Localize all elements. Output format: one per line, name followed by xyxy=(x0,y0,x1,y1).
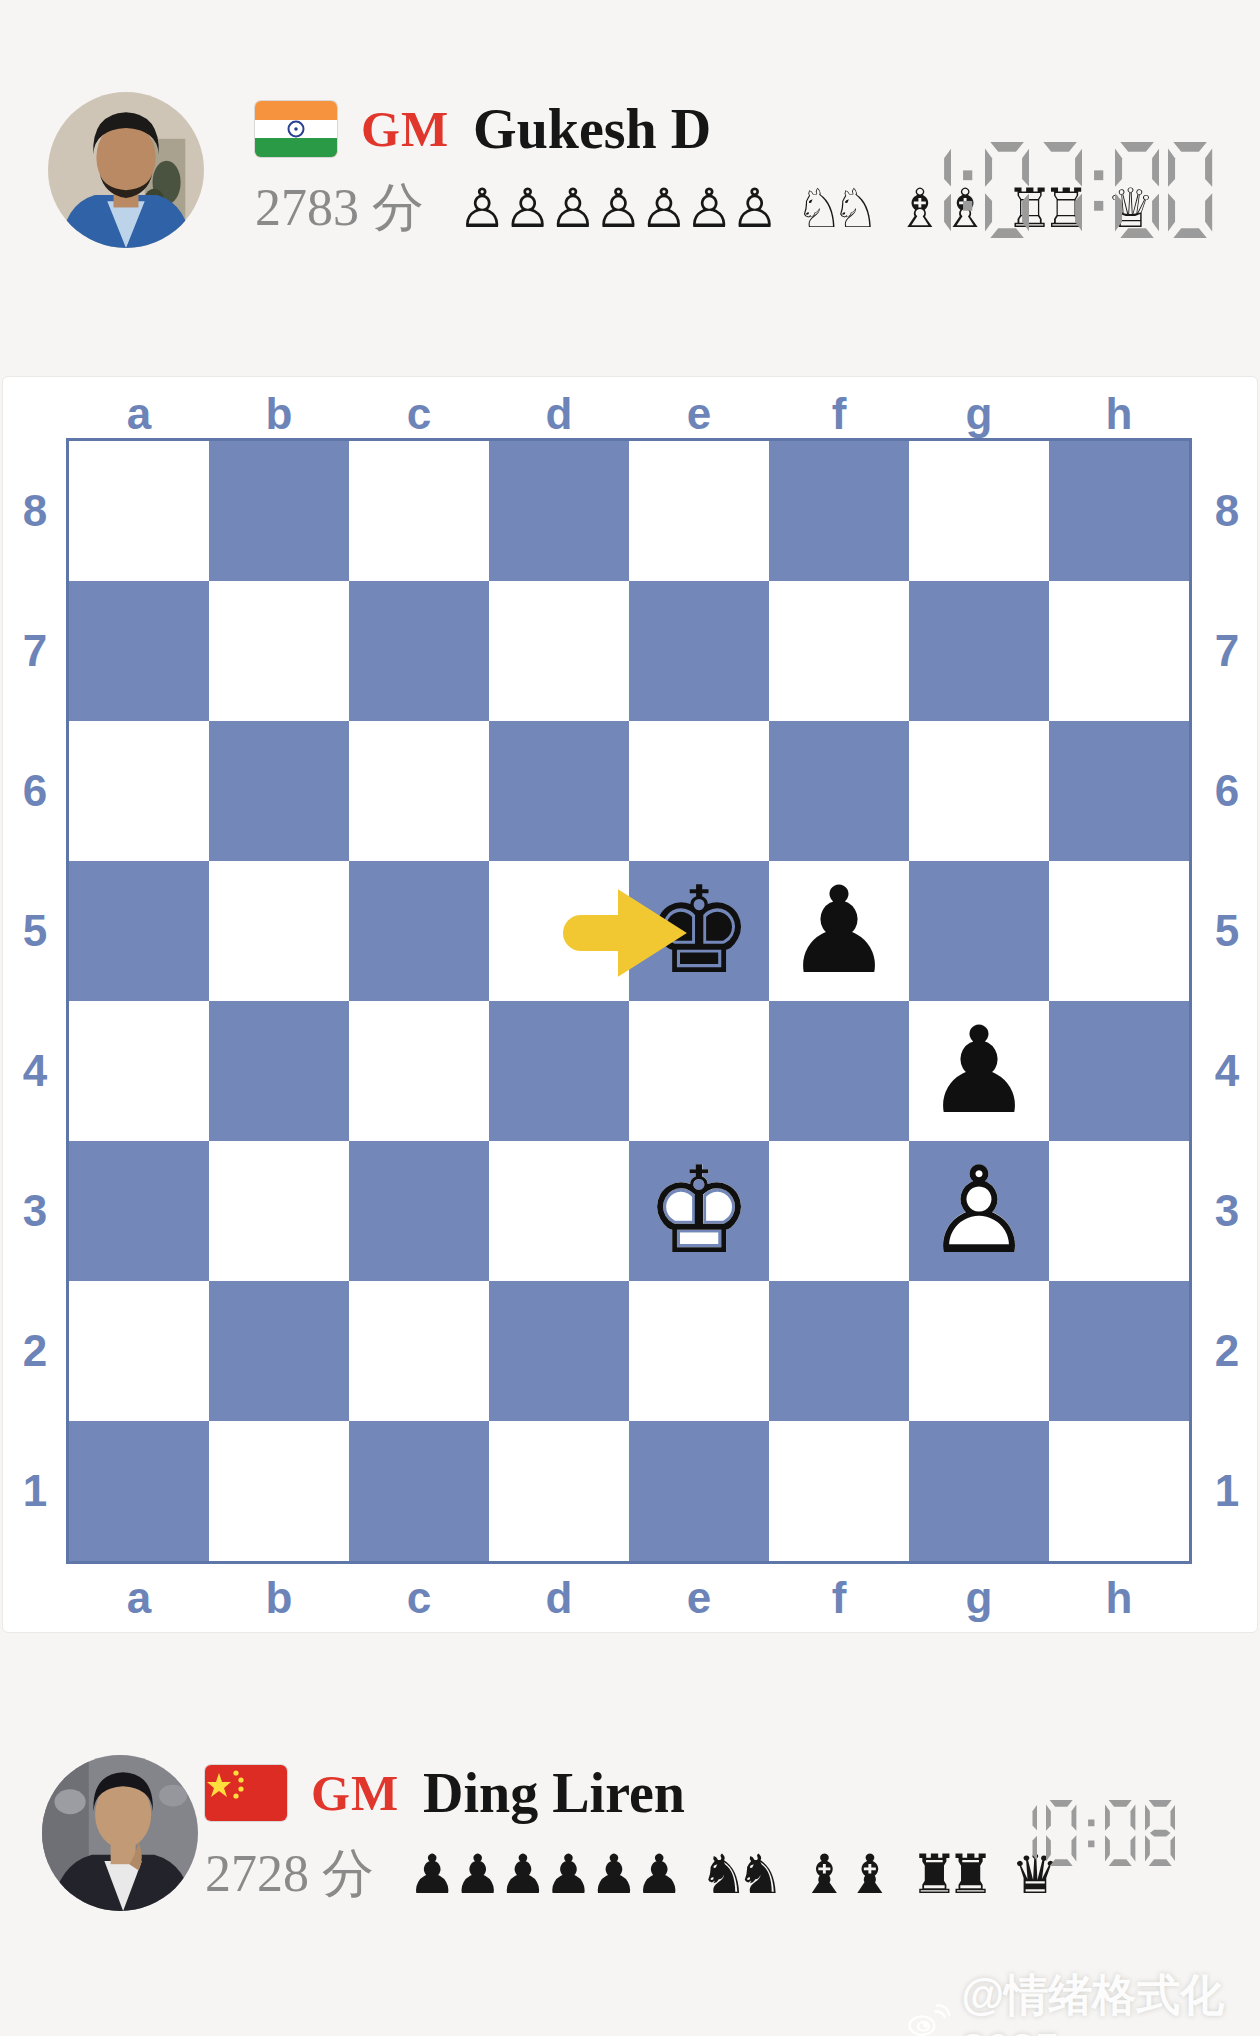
captured-group-♟: ♟♟♟♟♟♟ xyxy=(408,1843,683,1906)
square-d7[interactable] xyxy=(489,581,629,721)
square-c6[interactable] xyxy=(349,721,489,861)
rank-right-7: 7 xyxy=(1197,581,1257,721)
bottom-player-rating: 2728 分 xyxy=(205,1839,374,1909)
square-b8[interactable] xyxy=(209,441,349,581)
square-e1[interactable] xyxy=(629,1421,769,1561)
captured-group-♞: ♞♞ xyxy=(699,1843,784,1906)
weibo-icon xyxy=(905,1999,951,2036)
captured-group-♘: ♘♘ xyxy=(795,177,880,240)
file-bottom-g: g xyxy=(909,1573,1049,1623)
square-e8[interactable] xyxy=(629,441,769,581)
top-player-clock xyxy=(907,142,1213,238)
file-bottom-d: d xyxy=(489,1573,629,1623)
square-f6[interactable] xyxy=(769,721,909,861)
watermark: @情绪格式化8085 xyxy=(905,1966,1260,2036)
top-player-name: Gukesh D xyxy=(473,97,711,161)
rank-right-8: 8 xyxy=(1197,441,1257,581)
square-c7[interactable] xyxy=(349,581,489,721)
square-h3[interactable] xyxy=(1049,1141,1189,1281)
square-b5[interactable] xyxy=(209,861,349,1001)
rank-left-1: 1 xyxy=(5,1421,65,1561)
file-bottom-h: h xyxy=(1049,1573,1189,1623)
rank-left-5: 5 xyxy=(5,861,65,1001)
square-g8[interactable] xyxy=(909,441,1049,581)
captured-group-♝: ♝♝ xyxy=(800,1843,894,1906)
square-e3[interactable]: ♚♔ xyxy=(629,1141,769,1281)
square-h5[interactable] xyxy=(1049,861,1189,1001)
rank-right-6: 6 xyxy=(1197,721,1257,861)
square-g2[interactable] xyxy=(909,1281,1049,1421)
file-top-g: g xyxy=(909,389,1049,439)
rank-left-7: 7 xyxy=(5,581,65,721)
rank-left-3: 3 xyxy=(5,1141,65,1281)
square-a4[interactable] xyxy=(69,1001,209,1141)
square-a3[interactable] xyxy=(69,1141,209,1281)
file-bottom-f: f xyxy=(769,1573,909,1623)
square-h7[interactable] xyxy=(1049,581,1189,721)
square-c3[interactable] xyxy=(349,1141,489,1281)
square-c1[interactable] xyxy=(349,1421,489,1561)
square-f5[interactable]: ♟ xyxy=(769,861,909,1001)
square-f8[interactable] xyxy=(769,441,909,581)
rank-left-8: 8 xyxy=(5,441,65,581)
square-a5[interactable] xyxy=(69,861,209,1001)
square-a1[interactable] xyxy=(69,1421,209,1561)
top-player-rating: 2783 分 xyxy=(255,173,424,243)
square-c5[interactable] xyxy=(349,861,489,1001)
square-d4[interactable] xyxy=(489,1001,629,1141)
file-top-a: a xyxy=(69,389,209,439)
piece-black-king-e5[interactable]: ♚ xyxy=(629,861,769,1001)
square-e7[interactable] xyxy=(629,581,769,721)
square-b1[interactable] xyxy=(209,1421,349,1561)
india-flag-icon xyxy=(255,101,337,157)
square-f7[interactable] xyxy=(769,581,909,721)
square-c2[interactable] xyxy=(349,1281,489,1421)
square-g1[interactable] xyxy=(909,1421,1049,1561)
piece-black-pawn-f5[interactable]: ♟ xyxy=(769,861,909,1001)
square-e2[interactable] xyxy=(629,1281,769,1421)
square-f1[interactable] xyxy=(769,1421,909,1561)
bottom-player-name: Ding Liren xyxy=(423,1761,685,1825)
square-e5[interactable]: ♚ xyxy=(629,861,769,1001)
square-d8[interactable] xyxy=(489,441,629,581)
square-f3[interactable] xyxy=(769,1141,909,1281)
file-bottom-a: a xyxy=(69,1573,209,1623)
piece-white-pawn-g3[interactable]: ♟♙ xyxy=(909,1141,1049,1281)
file-top-d: d xyxy=(489,389,629,439)
square-b7[interactable] xyxy=(209,581,349,721)
captured-group-♙: ♙♙♙♙♙♙♙ xyxy=(458,177,779,240)
square-h6[interactable] xyxy=(1049,721,1189,861)
square-d5[interactable] xyxy=(489,861,629,1001)
file-top-e: e xyxy=(629,389,769,439)
chessboard: ♚♟♟♚♔♟♙ xyxy=(66,438,1192,1564)
square-g5[interactable] xyxy=(909,861,1049,1001)
bottom-player-detail-row: 2728 分 ♟♟♟♟♟♟♞♞♝♝♜♜♛ xyxy=(205,1842,1059,1906)
file-top-b: b xyxy=(209,389,349,439)
square-a8[interactable] xyxy=(69,441,209,581)
square-d1[interactable] xyxy=(489,1421,629,1561)
square-a7[interactable] xyxy=(69,581,209,721)
square-e6[interactable] xyxy=(629,721,769,861)
file-bottom-c: c xyxy=(349,1573,489,1623)
square-h8[interactable] xyxy=(1049,441,1189,581)
square-f4[interactable] xyxy=(769,1001,909,1141)
square-a2[interactable] xyxy=(69,1281,209,1421)
piece-black-pawn-g4[interactable]: ♟ xyxy=(909,1001,1049,1141)
square-d2[interactable] xyxy=(489,1281,629,1421)
captured-group-♜: ♜♜ xyxy=(910,1843,995,1906)
square-h1[interactable] xyxy=(1049,1421,1189,1561)
avatar-top-player xyxy=(48,92,204,248)
square-c4[interactable] xyxy=(349,1001,489,1141)
top-player-identity-row: GM Gukesh D xyxy=(255,98,711,160)
rank-right-4: 4 xyxy=(1197,1001,1257,1141)
square-b4[interactable] xyxy=(209,1001,349,1141)
square-d3[interactable] xyxy=(489,1141,629,1281)
square-f2[interactable] xyxy=(769,1281,909,1421)
chess-broadcast-diagram: GM Gukesh D 2783 分 ♙♙♙♙♙♙♙♘♘♗♗♖♖♕ aabbcc… xyxy=(0,0,1260,2036)
rank-right-5: 5 xyxy=(1197,861,1257,1001)
square-c8[interactable] xyxy=(349,441,489,581)
file-top-c: c xyxy=(349,389,489,439)
rank-right-1: 1 xyxy=(1197,1421,1257,1561)
square-h4[interactable] xyxy=(1049,1001,1189,1141)
chessboard-panel: aabbccddeeffgghh8877665544332211 ♚♟♟♚♔♟♙ xyxy=(2,376,1258,1633)
bottom-player-identity-row: GM Ding Liren xyxy=(205,1762,685,1824)
rank-left-6: 6 xyxy=(5,721,65,861)
rank-left-4: 4 xyxy=(5,1001,65,1141)
square-g6[interactable] xyxy=(909,721,1049,861)
square-b2[interactable] xyxy=(209,1281,349,1421)
file-top-f: f xyxy=(769,389,909,439)
square-g4[interactable]: ♟ xyxy=(909,1001,1049,1141)
bottom-player-title: GM xyxy=(311,1764,399,1822)
rank-right-2: 2 xyxy=(1197,1281,1257,1421)
avatar-gukesh-illustration xyxy=(48,92,204,248)
avatar-ding-illustration xyxy=(42,1755,198,1911)
bottom-player-clock xyxy=(1007,1800,1175,1866)
square-d6[interactable] xyxy=(489,721,629,861)
piece-white-king-e3[interactable]: ♚♔ xyxy=(629,1141,769,1281)
square-a6[interactable] xyxy=(69,721,209,861)
file-bottom-e: e xyxy=(629,1573,769,1623)
file-top-h: h xyxy=(1049,389,1189,439)
square-g3[interactable]: ♟♙ xyxy=(909,1141,1049,1281)
square-e4[interactable] xyxy=(629,1001,769,1141)
watermark-text: @情绪格式化8085 xyxy=(961,1966,1260,2036)
file-bottom-b: b xyxy=(209,1573,349,1623)
square-b6[interactable] xyxy=(209,721,349,861)
avatar-bottom-player xyxy=(42,1755,198,1911)
square-h2[interactable] xyxy=(1049,1281,1189,1421)
china-flag-icon xyxy=(205,1765,287,1821)
square-b3[interactable] xyxy=(209,1141,349,1281)
square-g7[interactable] xyxy=(909,581,1049,721)
rank-left-2: 2 xyxy=(5,1281,65,1421)
top-player-title: GM xyxy=(361,100,449,158)
captured-black-pieces-row: ♟♟♟♟♟♟♞♞♝♝♜♜♛ xyxy=(408,1843,1059,1906)
rank-right-3: 3 xyxy=(1197,1141,1257,1281)
